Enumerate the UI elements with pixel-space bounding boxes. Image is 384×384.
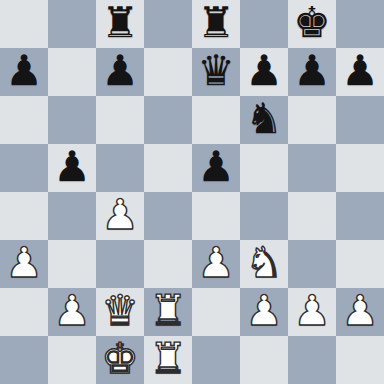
square-c1[interactable]: ♚ [96, 336, 144, 384]
square-c4[interactable]: ♟ [96, 192, 144, 240]
square-e2[interactable] [192, 288, 240, 336]
square-g7[interactable]: ♟ [288, 48, 336, 96]
square-b3[interactable] [48, 240, 96, 288]
square-g1[interactable] [288, 336, 336, 384]
square-d7[interactable] [144, 48, 192, 96]
white-rook[interactable]: ♜ [149, 335, 187, 383]
square-e7[interactable]: ♛ [192, 48, 240, 96]
white-queen[interactable]: ♛ [101, 287, 139, 335]
white-pawn[interactable]: ♟ [53, 287, 91, 335]
square-a5[interactable] [0, 144, 48, 192]
square-b2[interactable]: ♟ [48, 288, 96, 336]
square-f5[interactable] [240, 144, 288, 192]
square-h1[interactable] [336, 336, 384, 384]
chess-board: ♜♜♚♟♟♛♟♟♟♞♟♟♟♟♟♞♟♛♜♟♟♟♚♜ [0, 0, 384, 384]
square-f3[interactable]: ♞ [240, 240, 288, 288]
black-pawn[interactable]: ♟ [197, 143, 235, 191]
black-king[interactable]: ♚ [293, 0, 331, 47]
white-pawn[interactable]: ♟ [293, 287, 331, 335]
square-h7[interactable]: ♟ [336, 48, 384, 96]
square-g3[interactable] [288, 240, 336, 288]
black-pawn[interactable]: ♟ [101, 47, 139, 95]
square-e8[interactable]: ♜ [192, 0, 240, 48]
square-b5[interactable]: ♟ [48, 144, 96, 192]
square-d4[interactable] [144, 192, 192, 240]
black-knight[interactable]: ♞ [245, 95, 283, 143]
square-h3[interactable] [336, 240, 384, 288]
square-g5[interactable] [288, 144, 336, 192]
square-c6[interactable] [96, 96, 144, 144]
square-b8[interactable] [48, 0, 96, 48]
square-b1[interactable] [48, 336, 96, 384]
square-d3[interactable] [144, 240, 192, 288]
square-f6[interactable]: ♞ [240, 96, 288, 144]
square-c7[interactable]: ♟ [96, 48, 144, 96]
white-rook[interactable]: ♜ [149, 287, 187, 335]
square-a4[interactable] [0, 192, 48, 240]
black-pawn[interactable]: ♟ [53, 143, 91, 191]
square-c8[interactable]: ♜ [96, 0, 144, 48]
square-e3[interactable]: ♟ [192, 240, 240, 288]
square-d6[interactable] [144, 96, 192, 144]
square-f4[interactable] [240, 192, 288, 240]
black-rook[interactable]: ♜ [101, 0, 139, 47]
square-e5[interactable]: ♟ [192, 144, 240, 192]
square-e4[interactable] [192, 192, 240, 240]
square-b6[interactable] [48, 96, 96, 144]
black-pawn[interactable]: ♟ [5, 47, 43, 95]
white-pawn[interactable]: ♟ [341, 287, 379, 335]
white-knight[interactable]: ♞ [245, 239, 283, 287]
square-h2[interactable]: ♟ [336, 288, 384, 336]
square-h8[interactable] [336, 0, 384, 48]
white-pawn[interactable]: ♟ [197, 239, 235, 287]
square-c3[interactable] [96, 240, 144, 288]
square-h5[interactable] [336, 144, 384, 192]
square-a7[interactable]: ♟ [0, 48, 48, 96]
square-e6[interactable] [192, 96, 240, 144]
square-a1[interactable] [0, 336, 48, 384]
white-pawn[interactable]: ♟ [101, 191, 139, 239]
square-h4[interactable] [336, 192, 384, 240]
square-h6[interactable] [336, 96, 384, 144]
square-a2[interactable] [0, 288, 48, 336]
square-d2[interactable]: ♜ [144, 288, 192, 336]
square-c5[interactable] [96, 144, 144, 192]
square-g2[interactable]: ♟ [288, 288, 336, 336]
square-f8[interactable] [240, 0, 288, 48]
square-g8[interactable]: ♚ [288, 0, 336, 48]
black-pawn[interactable]: ♟ [245, 47, 283, 95]
square-d1[interactable]: ♜ [144, 336, 192, 384]
black-pawn[interactable]: ♟ [341, 47, 379, 95]
square-d5[interactable] [144, 144, 192, 192]
square-f1[interactable] [240, 336, 288, 384]
square-b7[interactable] [48, 48, 96, 96]
white-king[interactable]: ♚ [101, 335, 139, 383]
black-queen[interactable]: ♛ [197, 47, 235, 95]
square-a3[interactable]: ♟ [0, 240, 48, 288]
square-c2[interactable]: ♛ [96, 288, 144, 336]
square-f2[interactable]: ♟ [240, 288, 288, 336]
square-b4[interactable] [48, 192, 96, 240]
white-pawn[interactable]: ♟ [245, 287, 283, 335]
square-a8[interactable] [0, 0, 48, 48]
square-g4[interactable] [288, 192, 336, 240]
black-rook[interactable]: ♜ [197, 0, 235, 47]
square-a6[interactable] [0, 96, 48, 144]
square-g6[interactable] [288, 96, 336, 144]
square-f7[interactable]: ♟ [240, 48, 288, 96]
square-d8[interactable] [144, 0, 192, 48]
black-pawn[interactable]: ♟ [293, 47, 331, 95]
square-e1[interactable] [192, 336, 240, 384]
white-pawn[interactable]: ♟ [5, 239, 43, 287]
